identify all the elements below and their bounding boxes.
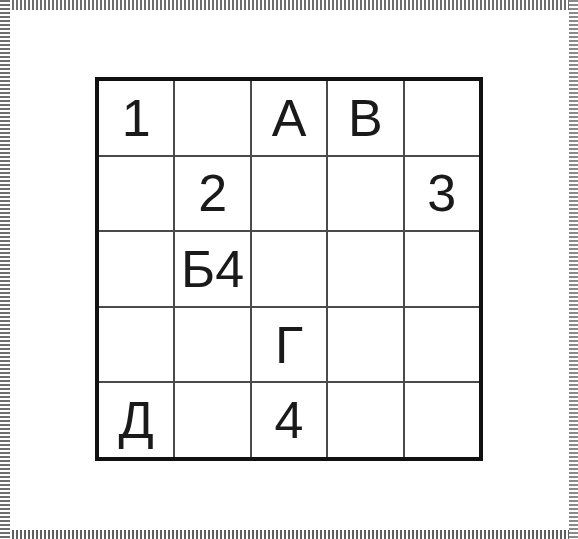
cell-r3c4 xyxy=(328,232,402,306)
cell-r1c5 xyxy=(405,81,479,155)
hatched-border-top xyxy=(0,0,578,10)
cell-r1c3: А xyxy=(252,81,326,155)
cell-r3c1 xyxy=(99,232,173,306)
cell-r3c2: Б4 xyxy=(175,232,249,306)
cell-r4c3: Г xyxy=(252,308,326,382)
cell-r3c3 xyxy=(252,232,326,306)
hatched-border-left xyxy=(0,0,10,539)
puzzle-board: 1 А В 2 3 Б4 Г Д 4 xyxy=(95,77,483,461)
hatched-border-right xyxy=(569,0,578,539)
cell-r5c3: 4 xyxy=(252,383,326,457)
cell-r2c3 xyxy=(252,157,326,231)
cell-r1c1: 1 xyxy=(99,81,173,155)
cell-r1c2 xyxy=(175,81,249,155)
cell-r2c2: 2 xyxy=(175,157,249,231)
cell-r5c1: Д xyxy=(99,383,173,457)
cell-r2c5: 3 xyxy=(405,157,479,231)
cell-r5c2 xyxy=(175,383,249,457)
cell-r4c4 xyxy=(328,308,402,382)
cell-r2c4 xyxy=(328,157,402,231)
cell-r4c2 xyxy=(175,308,249,382)
cell-r5c5 xyxy=(405,383,479,457)
cell-r2c1 xyxy=(99,157,173,231)
cell-r3c5 xyxy=(405,232,479,306)
page: 1 А В 2 3 Б4 Г Д 4 xyxy=(0,0,578,539)
cell-r5c4 xyxy=(328,383,402,457)
cell-r4c1 xyxy=(99,308,173,382)
cell-r1c4: В xyxy=(328,81,402,155)
hatched-border-bottom xyxy=(0,530,578,539)
cell-r4c5 xyxy=(405,308,479,382)
